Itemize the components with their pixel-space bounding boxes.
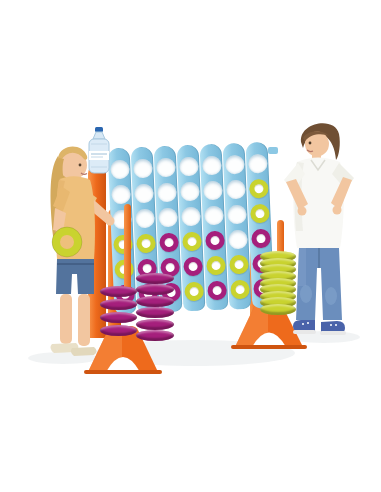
magenta-disc [207, 281, 227, 301]
yellow-disc [230, 280, 250, 300]
empty-hole [180, 182, 200, 202]
girl-shoe [71, 347, 97, 356]
cell-r3c6 [225, 202, 248, 228]
cell-r4c4 [180, 229, 203, 255]
cell-r3c7 [248, 201, 271, 227]
cell-r5c5 [204, 253, 227, 279]
cell-r2c7 [247, 176, 270, 202]
magenta-spare-disc [136, 319, 174, 330]
cell-r5c4 [181, 254, 204, 280]
magenta-spare-disc [136, 284, 174, 295]
empty-hole [247, 154, 267, 174]
yellow-disc [206, 256, 226, 276]
cell-r1c7 [246, 151, 269, 177]
empty-hole [156, 158, 176, 178]
magenta-disc-stack-front [100, 286, 137, 336]
magenta-disc-stack-inner [136, 273, 174, 341]
magenta-spare-disc [136, 330, 174, 341]
empty-hole [227, 205, 247, 225]
empty-hole [224, 155, 244, 175]
cell-r3c5 [202, 203, 225, 229]
magenta-spare-disc [100, 286, 137, 297]
magenta-disc [205, 231, 225, 251]
empty-hole [134, 184, 154, 204]
yellow-disc [182, 232, 202, 252]
cell-r4c6 [226, 227, 249, 253]
magenta-disc [251, 229, 271, 249]
cell-r2c2 [132, 181, 155, 207]
product-photo-scene [0, 0, 381, 492]
cell-r3c2 [133, 206, 156, 232]
cell-r2c6 [224, 177, 247, 203]
girl-leg [78, 294, 90, 346]
cell-r2c5 [201, 178, 224, 204]
yellow-disc [249, 179, 269, 199]
left-disc-peg [124, 204, 131, 294]
cell-r4c7 [249, 226, 272, 252]
cell-r4c3 [157, 230, 180, 256]
cell-r6c4 [182, 279, 205, 305]
empty-hole [181, 207, 201, 227]
empty-hole [157, 183, 177, 203]
cell-r1c2 [131, 156, 154, 182]
cell-r6c5 [205, 278, 228, 304]
cell-r4c2 [134, 230, 157, 256]
cell-r6c6 [228, 277, 251, 303]
cell-r1c5 [200, 153, 223, 179]
magenta-spare-disc [136, 307, 174, 318]
cell-r1c6 [223, 152, 246, 178]
magenta-spare-disc [100, 299, 137, 310]
magenta-spare-disc [100, 325, 137, 336]
empty-hole [204, 206, 224, 226]
empty-hole [202, 156, 222, 176]
cell-r5c6 [227, 252, 250, 278]
magenta-disc [159, 233, 179, 253]
yellow-disc-stack [260, 251, 296, 315]
magenta-spare-disc [136, 296, 174, 307]
magenta-disc [183, 257, 203, 277]
magenta-spare-disc [136, 273, 174, 284]
empty-hole [133, 159, 153, 179]
magenta-spare-disc [100, 312, 137, 323]
cell-r4c5 [203, 228, 226, 254]
yellow-disc [229, 255, 249, 275]
girl-leg [60, 294, 72, 344]
empty-hole [228, 230, 248, 250]
empty-hole [135, 209, 155, 229]
cell-r3c3 [156, 205, 179, 231]
yellow-spare-disc [260, 304, 296, 315]
cell-r2c3 [155, 180, 178, 206]
yellow-disc [184, 282, 204, 302]
yellow-disc [250, 204, 270, 224]
empty-hole [203, 181, 223, 201]
empty-hole [179, 157, 199, 177]
cell-r3c4 [179, 204, 202, 230]
empty-hole [158, 208, 178, 228]
water-bottle [83, 127, 115, 175]
cell-r1c3 [154, 155, 177, 181]
empty-hole [226, 180, 246, 200]
cell-r1c4 [177, 154, 200, 180]
cell-r2c4 [178, 179, 201, 205]
yellow-disc [136, 234, 156, 254]
